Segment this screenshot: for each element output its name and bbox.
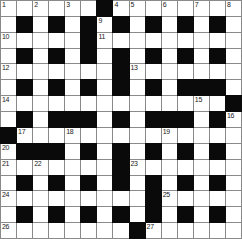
cell-r13c4[interactable] [65, 207, 80, 222]
cell-r4c5[interactable] [81, 64, 96, 79]
cell-r6c5[interactable] [81, 96, 96, 111]
black-cell-r1c9 [146, 17, 161, 32]
cell-r0c14[interactable]: 8 [226, 1, 241, 16]
cell-r1c12[interactable] [194, 17, 209, 32]
black-cell-r9c7 [113, 144, 128, 159]
cell-r10c14[interactable] [226, 160, 241, 175]
cell-r2c14[interactable] [226, 33, 241, 48]
cell-r11c0[interactable] [1, 176, 16, 191]
cell-r10c6[interactable] [97, 160, 112, 175]
cell-r3c14[interactable] [226, 49, 241, 64]
clue-number: 23 [131, 160, 138, 168]
cell-r8c7[interactable] [113, 128, 128, 143]
cell-r14c14[interactable] [226, 223, 241, 238]
cell-r8c2[interactable] [33, 128, 48, 143]
cell-r6c10[interactable] [162, 96, 177, 111]
cell-r6c0[interactable]: 14 [1, 96, 16, 111]
cell-r12c0[interactable]: 24 [1, 191, 16, 206]
cell-r2c7[interactable] [113, 33, 128, 48]
black-cell-r5c12 [194, 80, 209, 95]
cell-r0c1[interactable] [17, 1, 32, 16]
cell-r5c2[interactable] [33, 80, 48, 95]
cell-r7c0[interactable] [1, 112, 16, 127]
cell-r3c12[interactable] [194, 49, 209, 64]
black-cell-r13c1 [17, 207, 32, 222]
cell-r4c13[interactable] [210, 64, 225, 79]
cell-r6c1[interactable] [17, 96, 32, 111]
cell-r14c9[interactable]: 27 [146, 223, 161, 238]
cell-r5c14[interactable] [226, 80, 241, 95]
cell-r4c9[interactable] [146, 64, 161, 79]
cell-r3c8[interactable] [130, 49, 145, 64]
black-cell-r11c3 [49, 176, 64, 191]
cell-r10c8[interactable]: 23 [130, 160, 145, 175]
black-cell-r9c9 [146, 144, 161, 159]
cell-r9c4[interactable] [65, 144, 80, 159]
cell-r0c0[interactable]: 1 [1, 1, 16, 16]
cell-r11c10[interactable] [162, 176, 177, 191]
black-cell-r7c9 [146, 112, 161, 127]
cell-r4c3[interactable] [49, 64, 64, 79]
clue-number: 1 [2, 1, 6, 9]
clue-number: 12 [2, 64, 9, 72]
cell-r9c14[interactable] [226, 144, 241, 159]
clue-number: 20 [2, 144, 9, 152]
cell-r4c2[interactable] [33, 64, 48, 79]
cell-r2c3[interactable] [49, 33, 64, 48]
cell-r2c8[interactable] [130, 33, 145, 48]
cell-r12c10[interactable]: 25 [162, 191, 177, 206]
cell-r11c8[interactable] [130, 176, 145, 191]
black-cell-r5c9 [146, 80, 161, 95]
cell-r10c12[interactable] [194, 160, 209, 175]
cell-r2c13[interactable] [210, 33, 225, 48]
cell-r12c7[interactable] [113, 191, 128, 206]
cell-r12c11[interactable] [178, 191, 193, 206]
black-cell-r12c9 [146, 191, 161, 206]
clue-number: 5 [131, 1, 135, 9]
cell-r1c2[interactable] [33, 17, 48, 32]
cell-r8c3[interactable] [49, 128, 64, 143]
cell-r6c12[interactable]: 15 [194, 96, 209, 111]
cell-r12c14[interactable] [226, 191, 241, 206]
clue-number: 26 [2, 223, 9, 231]
cell-r12c4[interactable] [65, 191, 80, 206]
black-cell-r2c5 [81, 33, 96, 48]
black-cell-r4c7 [113, 64, 128, 79]
cell-r4c10[interactable] [162, 64, 177, 79]
cell-r14c12[interactable] [194, 223, 209, 238]
black-cell-r11c1 [17, 176, 32, 191]
clue-number: 4 [114, 1, 118, 9]
cell-r4c12[interactable] [194, 64, 209, 79]
cell-r6c9[interactable] [146, 96, 161, 111]
cell-r3c10[interactable] [162, 49, 177, 64]
cell-r13c10[interactable] [162, 207, 177, 222]
cell-r0c11[interactable] [178, 1, 193, 16]
cell-r11c4[interactable] [65, 176, 80, 191]
crossword-grid: 1234567891011121314151617181920212223242… [0, 0, 242, 239]
black-cell-r11c9 [146, 176, 161, 191]
cell-r14c10[interactable] [162, 223, 177, 238]
cell-r2c6[interactable]: 11 [97, 33, 112, 48]
clue-number: 18 [66, 128, 73, 136]
black-cell-r1c11 [178, 17, 193, 32]
cell-r9c12[interactable] [194, 144, 209, 159]
clue-number: 13 [131, 64, 138, 72]
black-cell-r13c13 [210, 207, 225, 222]
black-cell-r9c13 [210, 144, 225, 159]
cell-r10c3[interactable] [49, 160, 64, 175]
cell-r2c10[interactable] [162, 33, 177, 48]
clue-number: 3 [66, 1, 70, 9]
cell-r4c14[interactable] [226, 64, 241, 79]
clue-number: 16 [227, 112, 234, 120]
cell-r2c4[interactable] [65, 33, 80, 48]
cell-r8c12[interactable] [194, 128, 209, 143]
cell-r10c10[interactable] [162, 160, 177, 175]
cell-r14c2[interactable] [33, 223, 48, 238]
black-cell-r10c7 [113, 160, 128, 175]
black-cell-r1c5 [81, 17, 96, 32]
cell-r6c3[interactable] [49, 96, 64, 111]
cell-r12c12[interactable] [194, 191, 209, 206]
clue-number: 17 [18, 128, 25, 136]
cell-r0c12[interactable]: 7 [194, 1, 209, 16]
black-cell-r5c5 [81, 80, 96, 95]
cell-r0c8[interactable]: 5 [130, 1, 145, 16]
cell-r6c7[interactable] [113, 96, 128, 111]
cell-r14c1[interactable] [17, 223, 32, 238]
black-cell-r13c3 [49, 207, 64, 222]
cell-r12c5[interactable] [81, 191, 96, 206]
cell-r8c1[interactable]: 17 [17, 128, 32, 143]
black-cell-r9c1 [17, 144, 32, 159]
clue-number: 22 [34, 160, 41, 168]
cell-r12c6[interactable] [97, 191, 112, 206]
cell-r8c6[interactable] [97, 128, 112, 143]
clue-number: 7 [195, 1, 199, 9]
cell-r10c0[interactable]: 21 [1, 160, 16, 175]
cell-r12c1[interactable] [17, 191, 32, 206]
black-cell-r7c4 [65, 112, 80, 127]
clue-number: 14 [2, 96, 9, 104]
cell-r5c4[interactable] [65, 80, 80, 95]
cell-r14c11[interactable] [178, 223, 193, 238]
cell-r1c14[interactable] [226, 17, 241, 32]
clue-number: 21 [2, 160, 9, 168]
clue-number: 6 [163, 1, 167, 9]
cell-r12c13[interactable] [210, 191, 225, 206]
cell-r11c12[interactable] [194, 176, 209, 191]
cell-r3c4[interactable] [65, 49, 80, 64]
cell-r6c2[interactable] [33, 96, 48, 111]
clue-number: 25 [163, 191, 170, 199]
black-cell-r1c3 [49, 17, 64, 32]
black-cell-r1c1 [17, 17, 32, 32]
black-cell-r9c5 [81, 144, 96, 159]
cell-r8c13[interactable] [210, 128, 225, 143]
cell-r14c3[interactable] [49, 223, 64, 238]
cell-r11c6[interactable] [97, 176, 112, 191]
cell-r14c0[interactable]: 26 [1, 223, 16, 238]
cell-r2c11[interactable] [178, 33, 193, 48]
cell-r4c6[interactable] [97, 64, 112, 79]
black-cell-r5c1 [17, 80, 32, 95]
black-cell-r7c10 [162, 112, 177, 127]
cell-r6c13[interactable] [210, 96, 225, 111]
cell-r2c9[interactable] [146, 33, 161, 48]
cell-r8c9[interactable] [146, 128, 161, 143]
cell-r8c10[interactable]: 19 [162, 128, 177, 143]
cell-r0c9[interactable] [146, 1, 161, 16]
black-cell-r7c13 [210, 112, 225, 127]
black-cell-r11c7 [113, 176, 128, 191]
clue-number: 27 [147, 223, 154, 231]
cell-r4c1[interactable] [17, 64, 32, 79]
cell-r4c4[interactable] [65, 64, 80, 79]
clue-number: 24 [2, 191, 9, 199]
cell-r13c8[interactable] [130, 207, 145, 222]
cell-r0c13[interactable] [210, 1, 225, 16]
cell-r1c0[interactable] [1, 17, 16, 32]
black-cell-r3c9 [146, 49, 161, 64]
clue-number: 19 [163, 128, 170, 136]
cell-r8c4[interactable]: 18 [65, 128, 80, 143]
cell-r5c8[interactable] [130, 80, 145, 95]
cell-r11c14[interactable] [226, 176, 241, 191]
cell-r3c0[interactable] [1, 49, 16, 64]
cell-r10c4[interactable] [65, 160, 80, 175]
black-cell-r7c3 [49, 112, 64, 127]
cell-r10c9[interactable] [146, 160, 161, 175]
black-cell-r7c1 [17, 112, 32, 127]
cell-r13c14[interactable] [226, 207, 241, 222]
clue-number: 10 [2, 33, 9, 41]
cell-r9c6[interactable] [97, 144, 112, 159]
black-cell-r3c7 [113, 49, 128, 64]
cell-r1c6[interactable]: 9 [97, 17, 112, 32]
black-cell-r7c5 [81, 112, 96, 127]
clue-number: 15 [195, 96, 202, 104]
cell-r8c5[interactable] [81, 128, 96, 143]
cell-r9c10[interactable] [162, 144, 177, 159]
clue-number: 2 [34, 1, 38, 9]
cell-r6c4[interactable] [65, 96, 80, 111]
cell-r13c12[interactable] [194, 207, 209, 222]
black-cell-r13c5 [81, 207, 96, 222]
cell-r4c11[interactable] [178, 64, 193, 79]
cell-r1c8[interactable] [130, 17, 145, 32]
black-cell-r5c7 [113, 80, 128, 95]
cell-r10c5[interactable] [81, 160, 96, 175]
cell-r13c6[interactable] [97, 207, 112, 222]
cell-r9c0[interactable]: 20 [1, 144, 16, 159]
cell-r10c2[interactable]: 22 [33, 160, 48, 175]
cell-r6c11[interactable] [178, 96, 193, 111]
black-cell-r3c3 [49, 49, 64, 64]
cell-r7c12[interactable] [194, 112, 209, 127]
black-cell-r3c1 [17, 49, 32, 64]
cell-r11c2[interactable] [33, 176, 48, 191]
cell-r14c4[interactable] [65, 223, 80, 238]
black-cell-r14c8 [130, 223, 145, 238]
cell-r0c3[interactable] [49, 1, 64, 16]
cell-r0c7[interactable]: 4 [113, 1, 128, 16]
cell-r5c0[interactable] [1, 80, 16, 95]
cell-r4c8[interactable]: 13 [130, 64, 145, 79]
cell-r6c8[interactable] [130, 96, 145, 111]
black-cell-r1c13 [210, 17, 225, 32]
cell-r5c10[interactable] [162, 80, 177, 95]
cell-r13c2[interactable] [33, 207, 48, 222]
cell-r10c13[interactable] [210, 160, 225, 175]
cell-r5c6[interactable] [97, 80, 112, 95]
cell-r10c1[interactable] [17, 160, 32, 175]
cell-r2c0[interactable]: 10 [1, 33, 16, 48]
cell-r1c10[interactable] [162, 17, 177, 32]
black-cell-r7c11 [178, 112, 193, 127]
cell-r0c5[interactable] [81, 1, 96, 16]
cell-r10c11[interactable] [178, 160, 193, 175]
cell-r14c5[interactable] [81, 223, 96, 238]
cell-r14c7[interactable] [113, 223, 128, 238]
cell-r6c6[interactable] [97, 96, 112, 111]
black-cell-r5c11 [178, 80, 193, 95]
cell-r1c4[interactable] [65, 17, 80, 32]
black-cell-r6c14 [226, 96, 241, 111]
black-cell-r5c3 [49, 80, 64, 95]
black-cell-r13c9 [146, 207, 161, 222]
cell-r7c6[interactable] [97, 112, 112, 127]
cell-r9c8[interactable] [130, 144, 145, 159]
cell-r0c10[interactable]: 6 [162, 1, 177, 16]
cell-r14c13[interactable] [210, 223, 225, 238]
cell-r2c2[interactable] [33, 33, 48, 48]
black-cell-r9c3 [49, 144, 64, 159]
black-cell-r11c11 [178, 176, 193, 191]
black-cell-r3c5 [81, 49, 96, 64]
cell-r8c11[interactable] [178, 128, 193, 143]
cell-r2c12[interactable] [194, 33, 209, 48]
cell-r4c0[interactable]: 12 [1, 64, 16, 79]
cell-r7c8[interactable] [130, 112, 145, 127]
black-cell-r7c7 [113, 112, 128, 127]
cell-r8c8[interactable] [130, 128, 145, 143]
cell-r12c2[interactable] [33, 191, 48, 206]
cell-r8c14[interactable] [226, 128, 241, 143]
black-cell-r13c11 [178, 207, 193, 222]
black-cell-r11c5 [81, 176, 96, 191]
cell-r3c6[interactable] [97, 49, 112, 64]
clue-number: 9 [98, 17, 102, 25]
cell-r0c4[interactable]: 3 [65, 1, 80, 16]
cell-r7c2[interactable] [33, 112, 48, 127]
cell-r12c8[interactable] [130, 191, 145, 206]
cell-r14c6[interactable] [97, 223, 112, 238]
cell-r2c1[interactable] [17, 33, 32, 48]
black-cell-r0c6 [97, 1, 112, 16]
black-cell-r1c7 [113, 17, 128, 32]
cell-r13c0[interactable] [1, 207, 16, 222]
black-cell-r8c0 [1, 128, 16, 143]
black-cell-r3c13 [210, 49, 225, 64]
black-cell-r9c2 [33, 144, 48, 159]
black-cell-r13c7 [113, 207, 128, 222]
cell-r0c2[interactable]: 2 [33, 1, 48, 16]
cell-r3c2[interactable] [33, 49, 48, 64]
clue-number: 11 [98, 33, 105, 41]
black-cell-r3c11 [178, 49, 193, 64]
cell-r7c14[interactable]: 16 [226, 112, 241, 127]
clue-number: 8 [227, 1, 231, 9]
black-cell-r9c11 [178, 144, 193, 159]
cell-r12c3[interactable] [49, 191, 64, 206]
black-cell-r11c13 [210, 176, 225, 191]
black-cell-r5c13 [210, 80, 225, 95]
